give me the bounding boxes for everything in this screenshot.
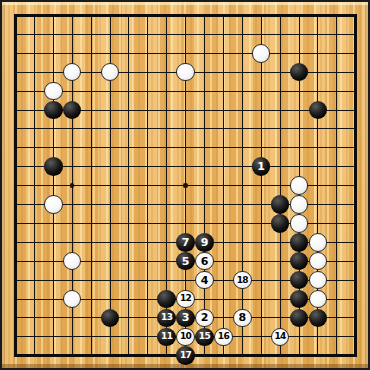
black-stone[interactable]: 3 [176,309,195,328]
move-number-label: 9 [201,236,209,247]
black-stone[interactable] [44,101,63,120]
move-number-label: 10 [180,332,191,341]
white-stone[interactable] [44,195,63,214]
white-stone[interactable] [290,195,309,214]
move-number-label: 14 [274,332,285,341]
go-board[interactable]: 179564181213328111015161417 [2,2,368,368]
black-stone[interactable] [271,214,290,233]
white-stone[interactable]: 6 [195,252,214,271]
white-stone[interactable]: 8 [233,309,252,328]
move-number-label: 17 [180,351,191,360]
white-stone[interactable] [44,82,63,101]
black-stone[interactable] [271,195,290,214]
black-stone[interactable]: 13 [157,309,176,328]
move-number-label: 6 [201,255,209,266]
white-stone[interactable]: 16 [214,328,233,347]
star-point [183,183,188,188]
black-stone[interactable]: 17 [176,346,195,365]
move-number-label: 8 [238,312,246,323]
white-stone[interactable] [290,176,309,195]
white-stone[interactable]: 4 [195,271,214,290]
white-stone[interactable]: 18 [233,271,252,290]
move-number-label: 2 [201,312,209,323]
move-number-label: 18 [237,275,248,284]
move-number-label: 16 [218,332,229,341]
black-stone[interactable] [157,290,176,309]
black-stone[interactable]: 11 [157,328,176,347]
white-stone[interactable]: 10 [176,328,195,347]
white-stone[interactable]: 2 [195,309,214,328]
move-number-label: 3 [182,312,190,323]
black-stone[interactable]: 9 [195,233,214,252]
move-number-label: 11 [161,332,172,341]
move-number-label: 5 [182,255,190,266]
diagram-frame: 179564181213328111015161417 [0,0,370,370]
white-stone[interactable] [309,233,328,252]
white-stone[interactable]: 12 [176,290,195,309]
move-number-label: 15 [199,332,210,341]
white-stone[interactable] [252,44,271,63]
move-number-label: 4 [201,274,209,285]
move-number-label: 13 [161,313,172,322]
black-stone[interactable] [290,233,309,252]
black-stone[interactable]: 15 [195,328,214,347]
move-number-label: 1 [257,161,265,172]
move-number-label: 12 [180,294,191,303]
move-number-label: 7 [182,236,190,247]
black-stone[interactable] [44,157,63,176]
white-stone[interactable] [290,214,309,233]
black-stone[interactable]: 7 [176,233,195,252]
